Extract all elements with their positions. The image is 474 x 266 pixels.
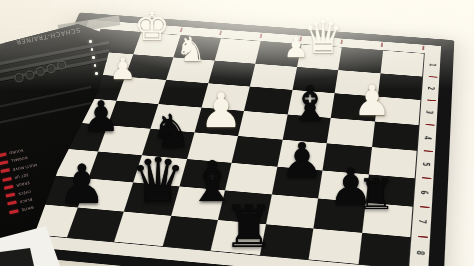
square-f5: [277, 140, 327, 171]
indicator-led-block: SOUNDNORMALMULTI MOVESET UPERRORCHECKBLA…: [0, 144, 46, 217]
square-f2: [292, 67, 338, 94]
rank-label-4: 4: [422, 132, 433, 143]
square-c7: [124, 182, 179, 215]
console-button: [35, 66, 45, 76]
square-c1: [173, 35, 220, 60]
square-h6: [365, 174, 415, 207]
led-bar: [0, 168, 9, 173]
square-e5: [232, 136, 283, 166]
square-g6: [318, 170, 368, 202]
indicator-label: WHITE: [21, 205, 35, 212]
square-c3: [158, 80, 207, 107]
photo-stage: 12345678 ♚♞♟♛♟♟♟♟♟♞♛♝♜♝♟♟♜ SCHACH-TRAINE…: [0, 0, 474, 266]
rank-label-6: 6: [419, 186, 430, 198]
square-d7: [171, 186, 225, 219]
square-f8: [259, 224, 313, 260]
status-dot: [92, 56, 95, 59]
square-h2: [377, 73, 422, 100]
console-button: [46, 63, 56, 73]
square-c5: [142, 129, 194, 159]
led-bar: [7, 201, 16, 206]
square-e1: [255, 41, 301, 66]
square-g2: [335, 70, 380, 97]
square-g5: [323, 143, 372, 174]
square-f7: [266, 194, 319, 228]
square-e2: [250, 63, 297, 89]
square-h7: [362, 203, 413, 237]
led-bar: [9, 209, 18, 214]
rank-label-7: 7: [416, 215, 428, 228]
square-e6: [225, 163, 277, 195]
square-c6: [133, 155, 186, 186]
square-b1: [133, 32, 181, 57]
brand-label: SCHACH-TRAINER: [15, 25, 81, 45]
square-c8: [114, 211, 171, 246]
square-h1: [380, 51, 424, 77]
led-bar: [2, 177, 11, 182]
rank-label-8: 8: [414, 246, 426, 260]
square-c2: [166, 57, 214, 83]
square-d8: [162, 215, 218, 250]
status-dot: [91, 48, 94, 51]
square-f1: [297, 44, 342, 69]
rank-label-2: 2: [426, 83, 436, 93]
square-e8: [211, 220, 266, 255]
status-dot: [95, 72, 98, 75]
square-d6: [179, 159, 232, 191]
square-g4: [327, 118, 375, 147]
status-dot: [89, 40, 92, 43]
square-h8: [358, 232, 410, 266]
square-d2: [208, 60, 255, 86]
square-e3: [244, 87, 292, 115]
rank-label-3: 3: [424, 107, 434, 118]
status-dot: [94, 64, 97, 67]
square-c4: [150, 104, 201, 133]
square-d5: [187, 132, 238, 162]
square-d4: [194, 107, 244, 136]
square-d3: [201, 83, 250, 110]
console-button: [14, 73, 24, 83]
square-e4: [238, 111, 287, 140]
square-g8: [309, 228, 362, 264]
led-bar: [0, 152, 6, 157]
square-h5: [368, 147, 416, 178]
led-bar: [4, 185, 13, 190]
rank-label-5: 5: [420, 159, 431, 171]
rank-label-1: 1: [427, 60, 437, 70]
square-f3: [287, 90, 334, 118]
square-f4: [282, 114, 331, 143]
square-g7: [313, 198, 365, 232]
square-g3: [331, 93, 378, 121]
square-f6: [271, 166, 322, 198]
square-h3: [375, 97, 421, 125]
square-e7: [218, 190, 271, 224]
square-g1: [338, 47, 382, 73]
square-h4: [372, 121, 419, 151]
led-bar: [6, 193, 15, 198]
square-d1: [214, 38, 260, 63]
led-bar: [0, 160, 8, 165]
panel-seam: [0, 102, 91, 123]
